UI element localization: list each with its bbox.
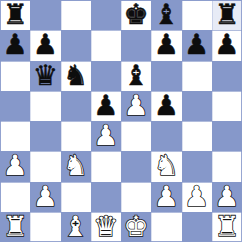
- square-d8[interactable]: [91, 0, 121, 30]
- square-a7[interactable]: ♟: [0, 30, 30, 60]
- chess-board: ♜♚♝♜♟♟♟♟♟♛♞♝♟♟♟♟♟♞♞♟♟♟♟♜♝♛♚♜: [0, 0, 242, 242]
- square-e6[interactable]: ♝: [121, 61, 151, 91]
- white-pawn[interactable]: ♟: [33, 182, 58, 212]
- square-h1[interactable]: ♜: [212, 212, 242, 242]
- square-b5[interactable]: [30, 91, 60, 121]
- square-d1[interactable]: ♛: [91, 212, 121, 242]
- square-c1[interactable]: ♝: [61, 212, 91, 242]
- square-a6[interactable]: [0, 61, 30, 91]
- square-c2[interactable]: [61, 182, 91, 212]
- square-d2[interactable]: [91, 182, 121, 212]
- square-e1[interactable]: ♚: [121, 212, 151, 242]
- black-rook[interactable]: ♜: [3, 0, 28, 30]
- square-e7[interactable]: [121, 30, 151, 60]
- square-d7[interactable]: [91, 30, 121, 60]
- square-d5[interactable]: ♟: [91, 91, 121, 121]
- white-king[interactable]: ♚: [124, 212, 149, 242]
- white-pawn[interactable]: ♟: [93, 121, 118, 151]
- square-d6[interactable]: [91, 61, 121, 91]
- square-f1[interactable]: [151, 212, 181, 242]
- square-g2[interactable]: ♟: [182, 182, 212, 212]
- black-king[interactable]: ♚: [124, 0, 149, 30]
- square-f4[interactable]: [151, 121, 181, 151]
- square-c5[interactable]: [61, 91, 91, 121]
- white-rook[interactable]: ♜: [3, 212, 28, 242]
- square-g6[interactable]: [182, 61, 212, 91]
- square-a5[interactable]: [0, 91, 30, 121]
- black-rook[interactable]: ♜: [214, 0, 239, 30]
- square-a8[interactable]: ♜: [0, 0, 30, 30]
- square-c7[interactable]: [61, 30, 91, 60]
- square-f7[interactable]: ♟: [151, 30, 181, 60]
- square-b6[interactable]: ♛: [30, 61, 60, 91]
- white-pawn[interactable]: ♟: [184, 182, 209, 212]
- black-pawn[interactable]: ♟: [154, 30, 179, 60]
- black-pawn[interactable]: ♟: [3, 30, 28, 60]
- square-h2[interactable]: ♟: [212, 182, 242, 212]
- square-g3[interactable]: [182, 151, 212, 181]
- square-g8[interactable]: [182, 0, 212, 30]
- square-h6[interactable]: [212, 61, 242, 91]
- square-f3[interactable]: ♞: [151, 151, 181, 181]
- square-e3[interactable]: [121, 151, 151, 181]
- square-e8[interactable]: ♚: [121, 0, 151, 30]
- square-e4[interactable]: [121, 121, 151, 151]
- white-bishop[interactable]: ♝: [63, 212, 88, 242]
- white-pawn[interactable]: ♟: [154, 182, 179, 212]
- white-knight[interactable]: ♞: [154, 151, 179, 181]
- square-c3[interactable]: ♞: [61, 151, 91, 181]
- black-queen[interactable]: ♛: [33, 61, 58, 91]
- black-pawn[interactable]: ♟: [214, 30, 239, 60]
- white-queen[interactable]: ♛: [93, 212, 118, 242]
- black-pawn[interactable]: ♟: [33, 30, 58, 60]
- white-rook[interactable]: ♜: [214, 212, 239, 242]
- square-a3[interactable]: ♟: [0, 151, 30, 181]
- square-g5[interactable]: [182, 91, 212, 121]
- square-b3[interactable]: [30, 151, 60, 181]
- black-pawn[interactable]: ♟: [184, 30, 209, 60]
- square-g1[interactable]: [182, 212, 212, 242]
- square-h7[interactable]: ♟: [212, 30, 242, 60]
- square-a4[interactable]: [0, 121, 30, 151]
- black-pawn[interactable]: ♟: [154, 91, 179, 121]
- square-d4[interactable]: ♟: [91, 121, 121, 151]
- black-pawn[interactable]: ♟: [93, 91, 118, 121]
- square-c8[interactable]: [61, 0, 91, 30]
- black-bishop[interactable]: ♝: [154, 0, 179, 30]
- black-knight[interactable]: ♞: [63, 61, 88, 91]
- square-e5[interactable]: ♟: [121, 91, 151, 121]
- white-pawn[interactable]: ♟: [124, 91, 149, 121]
- square-a1[interactable]: ♜: [0, 212, 30, 242]
- white-pawn[interactable]: ♟: [3, 151, 28, 181]
- square-g7[interactable]: ♟: [182, 30, 212, 60]
- white-pawn[interactable]: ♟: [214, 182, 239, 212]
- black-bishop[interactable]: ♝: [124, 61, 149, 91]
- square-b2[interactable]: ♟: [30, 182, 60, 212]
- square-e2[interactable]: [121, 182, 151, 212]
- square-h8[interactable]: ♜: [212, 0, 242, 30]
- square-f6[interactable]: [151, 61, 181, 91]
- square-c6[interactable]: ♞: [61, 61, 91, 91]
- square-g4[interactable]: [182, 121, 212, 151]
- square-b8[interactable]: [30, 0, 60, 30]
- square-b4[interactable]: [30, 121, 60, 151]
- square-d3[interactable]: [91, 151, 121, 181]
- square-f8[interactable]: ♝: [151, 0, 181, 30]
- square-f2[interactable]: ♟: [151, 182, 181, 212]
- square-b1[interactable]: [30, 212, 60, 242]
- square-a2[interactable]: [0, 182, 30, 212]
- square-b7[interactable]: ♟: [30, 30, 60, 60]
- square-f5[interactable]: ♟: [151, 91, 181, 121]
- square-h3[interactable]: [212, 151, 242, 181]
- square-c4[interactable]: [61, 121, 91, 151]
- square-h4[interactable]: [212, 121, 242, 151]
- white-knight[interactable]: ♞: [63, 151, 88, 181]
- square-h5[interactable]: [212, 91, 242, 121]
